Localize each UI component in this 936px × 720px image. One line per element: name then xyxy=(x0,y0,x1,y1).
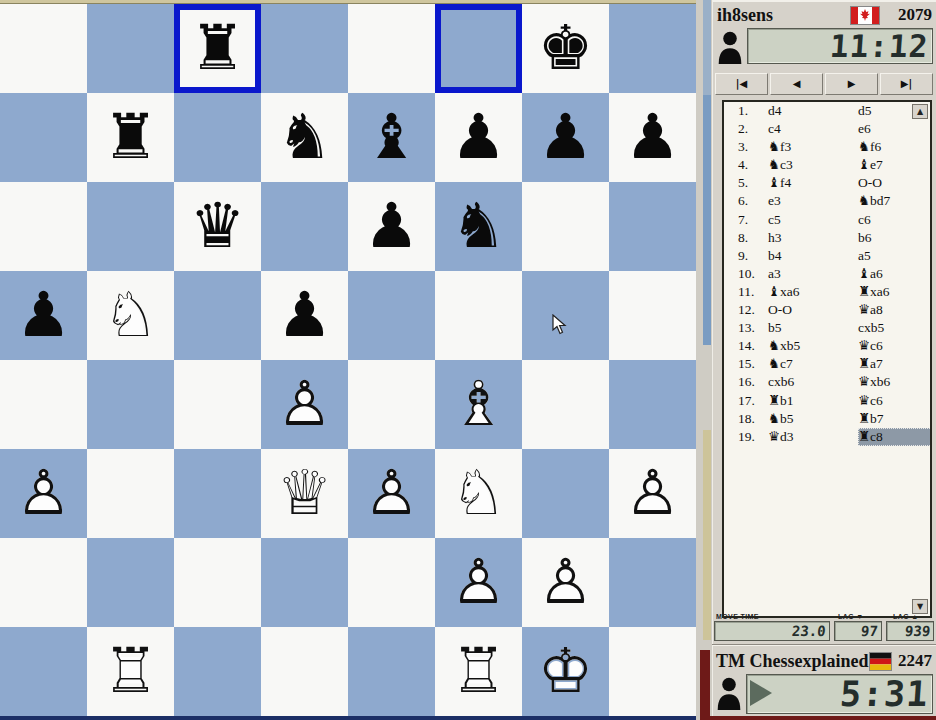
move-number: 2. xyxy=(738,120,768,138)
move-number: 5. xyxy=(738,174,768,192)
move-number: 19. xyxy=(738,428,768,446)
square-g1[interactable]: ♚♔ xyxy=(522,627,609,716)
move-row-12: 12.O-O♛a8 xyxy=(724,301,930,319)
white-move[interactable]: h3 xyxy=(768,229,858,247)
move-row-4: 4.♞c3♝e7 xyxy=(724,156,930,174)
piece-bk: ♚ xyxy=(522,4,609,93)
square-e4[interactable] xyxy=(348,360,435,449)
square-b1[interactable]: ♜♖ xyxy=(87,627,174,716)
move-number: 15. xyxy=(738,355,768,373)
square-e2[interactable] xyxy=(348,538,435,627)
white-move[interactable]: c5 xyxy=(768,211,858,229)
square-g4[interactable] xyxy=(522,360,609,449)
square-c4[interactable] xyxy=(174,360,261,449)
move-number: 11. xyxy=(738,283,768,301)
square-b8[interactable] xyxy=(87,4,174,93)
white-move[interactable]: ♝xa6 xyxy=(768,283,858,301)
gutter-blue-strip2 xyxy=(703,95,711,345)
black-move[interactable]: ♛a8 xyxy=(858,301,930,319)
square-h5[interactable] xyxy=(609,271,696,360)
move-row-11: 11.♝xa6♜xa6 xyxy=(724,283,930,301)
mouse-cursor xyxy=(552,314,567,335)
square-d8[interactable] xyxy=(261,4,348,93)
move-list[interactable]: 1.d4d52.c4e63.♞f3♞f64.♞c3♝e75.♝f4O-O6.e3… xyxy=(722,100,932,618)
square-c7[interactable] xyxy=(174,93,261,182)
white-move[interactable]: O-O xyxy=(768,301,858,319)
piece-wb-outline: ♗ xyxy=(435,360,522,449)
square-e8[interactable] xyxy=(348,4,435,93)
bottom-player-bar: TM Chessexplained 2247 xyxy=(712,648,936,674)
move-row-1: 1.d4d5 xyxy=(724,102,930,120)
piece-wr-outline: ♖ xyxy=(87,627,174,716)
move-number: 10. xyxy=(738,265,768,283)
white-move[interactable]: c4 xyxy=(768,120,858,138)
white-move[interactable]: ♞c3 xyxy=(768,156,858,174)
piece-wp-outline: ♙ xyxy=(0,449,87,538)
square-h2[interactable] xyxy=(609,538,696,627)
square-d6[interactable] xyxy=(261,182,348,271)
move-number: 9. xyxy=(738,247,768,265)
lag-down-label: LAG ▼ xyxy=(838,613,864,620)
square-f4[interactable]: ♝♗ xyxy=(435,360,522,449)
square-h1[interactable] xyxy=(609,627,696,716)
board-bottom-strip xyxy=(0,716,700,720)
square-b4[interactable] xyxy=(87,360,174,449)
piece-bp: ♟ xyxy=(0,271,87,360)
white-move[interactable]: b4 xyxy=(768,247,858,265)
square-h6[interactable] xyxy=(609,182,696,271)
top-player-rating: 2079 xyxy=(880,5,932,25)
move-number: 14. xyxy=(738,337,768,355)
move-number: 8. xyxy=(738,229,768,247)
black-move[interactable]: b6 xyxy=(858,229,930,247)
piece-br: ♜ xyxy=(87,93,174,182)
square-f8[interactable] xyxy=(435,4,522,93)
move-navigation-bar: |◀ ◀ ▶ ▶| xyxy=(712,73,936,95)
square-g7[interactable]: ♟ xyxy=(522,93,609,182)
square-c2[interactable] xyxy=(174,538,261,627)
piece-wp-outline: ♙ xyxy=(609,449,696,538)
square-f6[interactable]: ♞ xyxy=(435,182,522,271)
white-move[interactable]: ♞b5 xyxy=(768,410,858,428)
square-b3[interactable] xyxy=(87,449,174,538)
app-window: ♜♚♜♞♝♟♟♟♛♟♞♟♞♘♟♟♙♝♗♟♙♛♕♟♙♞♘♟♙♟♙♟♙♜♖♜♖♚♔ … xyxy=(0,0,936,720)
piece-wn-outline: ♘ xyxy=(87,271,174,360)
piece-wp-outline: ♙ xyxy=(261,360,348,449)
bottom-player-panel: TM Chessexplained 2247 5:31 xyxy=(712,648,936,712)
black-move[interactable]: ♝a6 xyxy=(858,265,930,283)
player-silhouette-icon xyxy=(715,30,745,64)
piece-wp-outline: ♙ xyxy=(522,538,609,627)
square-g6[interactable] xyxy=(522,182,609,271)
top-player-clock: 11:12 xyxy=(747,28,933,64)
move-row-10: 10.a3♝a6 xyxy=(724,265,930,283)
black-move[interactable]: ♛c6 xyxy=(858,337,930,355)
next-move-button[interactable]: ▶ xyxy=(825,73,878,95)
top-clock-digits: 11:12 xyxy=(828,28,929,64)
move-number: 4. xyxy=(738,156,768,174)
top-player-bar: ih8sens 2079 xyxy=(713,2,936,28)
move-row-8: 8.h3b6 xyxy=(724,229,930,247)
white-move[interactable]: d4 xyxy=(768,102,858,120)
bottom-clock-area: 5:31 xyxy=(712,674,936,712)
move-row-17: 17.♜b1♛c6 xyxy=(724,392,930,410)
square-a5[interactable]: ♟ xyxy=(0,271,87,360)
white-move[interactable]: b5 xyxy=(768,319,858,337)
black-move[interactable]: ♜b7 xyxy=(858,410,930,428)
square-e1[interactable] xyxy=(348,627,435,716)
move-row-19: 19.♛d3♜c8 xyxy=(724,428,930,446)
square-c6[interactable]: ♛ xyxy=(174,182,261,271)
square-d3[interactable]: ♛♕ xyxy=(261,449,348,538)
scroll-down-button[interactable]: ▼ xyxy=(912,599,928,614)
square-c3[interactable] xyxy=(174,449,261,538)
piece-wp-outline: ♙ xyxy=(348,449,435,538)
piece-bn: ♞ xyxy=(261,93,348,182)
lag-down-value: 97 xyxy=(860,623,878,639)
square-e3[interactable]: ♟♙ xyxy=(348,449,435,538)
move-row-7: 7.c5c6 xyxy=(724,211,930,229)
square-b6[interactable] xyxy=(87,182,174,271)
white-move[interactable]: ♛d3 xyxy=(768,428,858,446)
black-move[interactable]: e6 xyxy=(858,120,930,138)
piece-bp: ♟ xyxy=(435,93,522,182)
move-row-3: 3.♞f3♞f6 xyxy=(724,138,930,156)
piece-bq: ♛ xyxy=(174,182,261,271)
black-move[interactable]: a5 xyxy=(858,247,930,265)
square-c5[interactable] xyxy=(174,271,261,360)
piece-br: ♜ xyxy=(174,4,261,93)
scroll-up-button[interactable]: ▲ xyxy=(912,104,928,119)
square-c8[interactable]: ♜ xyxy=(174,4,261,93)
canada-flag-icon xyxy=(850,6,880,25)
black-move[interactable]: ♛xb6 xyxy=(858,373,930,391)
last-move-button[interactable]: ▶| xyxy=(880,73,933,95)
move-row-5: 5.♝f4O-O xyxy=(724,174,930,192)
move-number: 16. xyxy=(738,373,768,391)
gutter-tan-strip xyxy=(703,430,711,640)
piece-wq-outline: ♕ xyxy=(261,449,348,538)
move-time-label: MOVE TIME xyxy=(716,613,759,620)
move-row-6: 6.e3♞bd7 xyxy=(724,192,930,210)
piece-bp: ♟ xyxy=(348,182,435,271)
black-move[interactable]: ♞f6 xyxy=(858,138,930,156)
lag-up-display: 939 xyxy=(886,621,934,641)
square-a6[interactable] xyxy=(0,182,87,271)
white-move[interactable]: ♜b1 xyxy=(768,392,858,410)
move-row-15: 15.♞c7♜a7 xyxy=(724,355,930,373)
square-a7[interactable] xyxy=(0,93,87,182)
square-h8[interactable] xyxy=(609,4,696,93)
piece-bb: ♝ xyxy=(348,93,435,182)
square-b2[interactable] xyxy=(87,538,174,627)
move-number: 7. xyxy=(738,211,768,229)
black-move[interactable]: O-O xyxy=(858,174,930,192)
white-move[interactable]: ♞xb5 xyxy=(768,337,858,355)
player-silhouette-icon xyxy=(714,676,744,710)
first-move-button[interactable]: |◀ xyxy=(715,73,768,95)
square-e6[interactable]: ♟ xyxy=(348,182,435,271)
top-clock-area: 11:12 xyxy=(713,28,936,66)
board-area: ♜♚♜♞♝♟♟♟♛♟♞♟♞♘♟♟♙♝♗♟♙♛♕♟♙♞♘♟♙♟♙♟♙♜♖♜♖♚♔ xyxy=(0,0,700,720)
white-move[interactable]: ♞c7 xyxy=(768,355,858,373)
black-move[interactable]: cxb5 xyxy=(858,319,930,337)
move-number: 17. xyxy=(738,392,768,410)
bottom-clock-digits: 5:31 xyxy=(838,674,929,714)
square-d5[interactable]: ♟ xyxy=(261,271,348,360)
black-move[interactable]: ♝e7 xyxy=(858,156,930,174)
square-e5[interactable] xyxy=(348,271,435,360)
white-move[interactable]: ♝f4 xyxy=(768,174,858,192)
square-d2[interactable] xyxy=(261,538,348,627)
bottom-player-name: TM Chessexplained xyxy=(716,651,869,672)
square-a2[interactable] xyxy=(0,538,87,627)
piece-wn-outline: ♘ xyxy=(435,449,522,538)
previous-move-button[interactable]: ◀ xyxy=(770,73,823,95)
side-to-move-indicator xyxy=(750,680,772,706)
piece-bn: ♞ xyxy=(435,182,522,271)
square-h7[interactable]: ♟ xyxy=(609,93,696,182)
move-row-13: 13.b5cxb5 xyxy=(724,319,930,337)
bottom-player-rating: 2247 xyxy=(892,651,932,671)
square-d4[interactable]: ♟♙ xyxy=(261,360,348,449)
piece-wr-outline: ♖ xyxy=(435,627,522,716)
square-g2[interactable]: ♟♙ xyxy=(522,538,609,627)
background-window-strip xyxy=(700,716,936,720)
square-d7[interactable]: ♞ xyxy=(261,93,348,182)
move-time-value: 23.0 xyxy=(792,623,827,639)
square-h3[interactable]: ♟♙ xyxy=(609,449,696,538)
square-a3[interactable]: ♟♙ xyxy=(0,449,87,538)
move-number: 6. xyxy=(738,192,768,210)
move-number: 3. xyxy=(738,138,768,156)
square-a8[interactable] xyxy=(0,4,87,93)
black-move[interactable]: ♜a7 xyxy=(858,355,930,373)
square-e7[interactable]: ♝ xyxy=(348,93,435,182)
square-f7[interactable]: ♟ xyxy=(435,93,522,182)
move-row-2: 2.c4e6 xyxy=(724,120,930,138)
move-number: 18. xyxy=(738,410,768,428)
square-b5[interactable]: ♞♘ xyxy=(87,271,174,360)
chess-board[interactable]: ♜♚♜♞♝♟♟♟♛♟♞♟♞♘♟♟♙♝♗♟♙♛♕♟♙♞♘♟♙♟♙♟♙♜♖♜♖♚♔ xyxy=(0,4,696,716)
gutter-blue-strip xyxy=(703,0,711,95)
square-b7[interactable]: ♜ xyxy=(87,93,174,182)
square-a4[interactable] xyxy=(0,360,87,449)
piece-wp-outline: ♙ xyxy=(435,538,522,627)
square-a1[interactable] xyxy=(0,627,87,716)
move-number: 12. xyxy=(738,301,768,319)
bottom-player-clock: 5:31 xyxy=(746,674,933,714)
white-move[interactable]: e3 xyxy=(768,192,858,210)
piece-bp: ♟ xyxy=(261,271,348,360)
black-move[interactable]: ♛c6 xyxy=(858,392,930,410)
square-f1[interactable]: ♜♖ xyxy=(435,627,522,716)
white-move[interactable]: cxb6 xyxy=(768,373,858,391)
square-g3[interactable] xyxy=(522,449,609,538)
black-move[interactable]: ♜xa6 xyxy=(858,283,930,301)
piece-bp: ♟ xyxy=(609,93,696,182)
square-f3[interactable]: ♞♘ xyxy=(435,449,522,538)
lag-up-label: LAG ▲ xyxy=(893,613,919,620)
move-row-14: 14.♞xb5♛c6 xyxy=(724,337,930,355)
piece-wk-outline: ♔ xyxy=(522,627,609,716)
square-g8[interactable]: ♚ xyxy=(522,4,609,93)
move-time-display: 23.0 xyxy=(714,621,830,641)
top-player-name: ih8sens xyxy=(717,5,773,26)
square-h4[interactable] xyxy=(609,360,696,449)
piece-bp: ♟ xyxy=(522,93,609,182)
square-f5[interactable] xyxy=(435,271,522,360)
move-row-16: 16.cxb6♛xb6 xyxy=(724,373,930,391)
move-row-18: 18.♞b5♜b7 xyxy=(724,410,930,428)
move-row-9: 9.b4a5 xyxy=(724,247,930,265)
background-window-fragment xyxy=(700,650,710,720)
panel-divider xyxy=(712,644,936,646)
move-number: 1. xyxy=(738,102,768,120)
white-move[interactable]: ♞f3 xyxy=(768,138,858,156)
black-move[interactable]: ♜c8 xyxy=(858,428,932,446)
lag-up-value: 939 xyxy=(904,623,931,639)
move-number: 13. xyxy=(738,319,768,337)
square-d1[interactable] xyxy=(261,627,348,716)
germany-flag-icon xyxy=(869,652,893,671)
black-move[interactable]: ♞bd7 xyxy=(858,192,930,210)
square-f2[interactable]: ♟♙ xyxy=(435,538,522,627)
lag-down-display: 97 xyxy=(834,621,882,641)
white-move[interactable]: a3 xyxy=(768,265,858,283)
black-move[interactable]: c6 xyxy=(858,211,930,229)
square-c1[interactable] xyxy=(174,627,261,716)
